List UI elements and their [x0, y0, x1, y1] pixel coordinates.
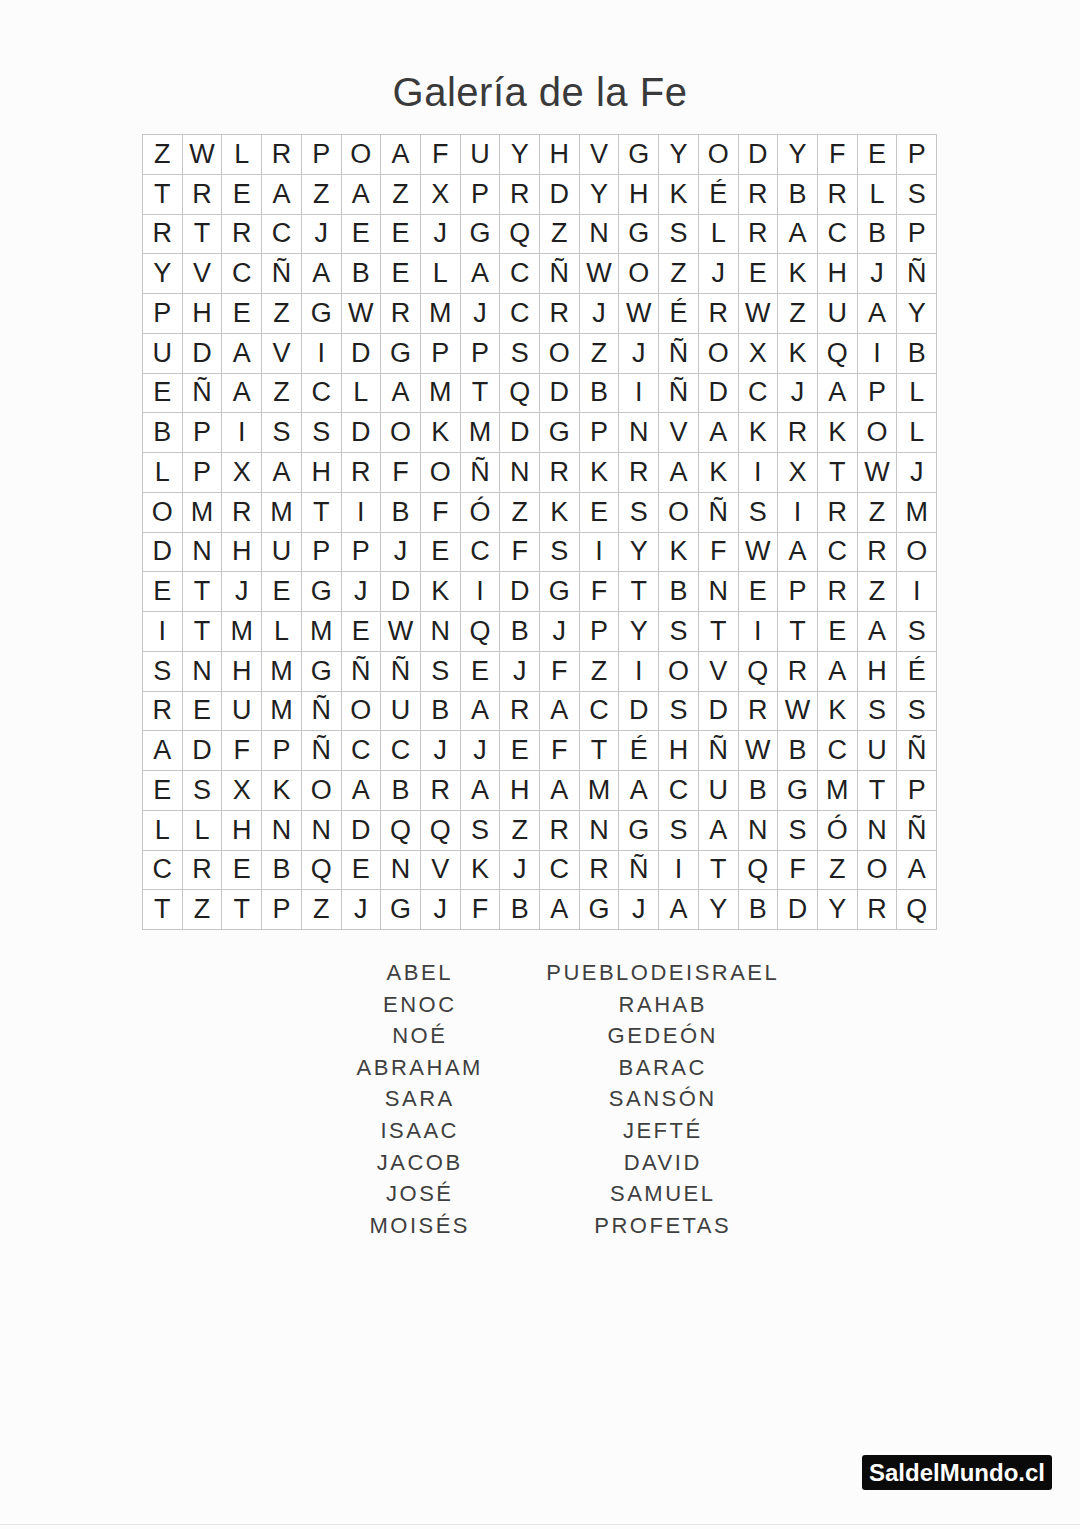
grid-cell[interactable]: E: [262, 572, 302, 612]
grid-cell[interactable]: L: [262, 612, 302, 652]
grid-cell[interactable]: P: [421, 334, 461, 374]
grid-cell[interactable]: E: [818, 612, 858, 652]
grid-cell[interactable]: I: [619, 374, 659, 414]
grid-cell[interactable]: K: [421, 572, 461, 612]
grid-cell[interactable]: E: [222, 851, 262, 891]
grid-cell[interactable]: R: [500, 692, 540, 732]
grid-cell[interactable]: R: [619, 453, 659, 493]
grid-cell[interactable]: T: [143, 890, 183, 930]
grid-cell[interactable]: T: [183, 215, 223, 255]
grid-cell[interactable]: Ñ: [897, 731, 937, 771]
grid-cell[interactable]: A: [540, 771, 580, 811]
grid-cell[interactable]: S: [897, 612, 937, 652]
grid-cell[interactable]: F: [421, 135, 461, 175]
grid-cell[interactable]: O: [897, 533, 937, 573]
grid-cell[interactable]: B: [778, 731, 818, 771]
grid-cell[interactable]: Y: [818, 890, 858, 930]
grid-cell[interactable]: G: [619, 215, 659, 255]
grid-cell[interactable]: Y: [659, 135, 699, 175]
grid-cell[interactable]: B: [659, 572, 699, 612]
grid-cell[interactable]: B: [381, 493, 421, 533]
grid-cell[interactable]: X: [222, 453, 262, 493]
grid-cell[interactable]: Z: [858, 493, 898, 533]
grid-cell[interactable]: A: [659, 890, 699, 930]
grid-cell[interactable]: Ñ: [342, 652, 382, 692]
grid-cell[interactable]: T: [699, 612, 739, 652]
grid-cell[interactable]: I: [143, 612, 183, 652]
grid-cell[interactable]: A: [818, 652, 858, 692]
grid-cell[interactable]: C: [818, 533, 858, 573]
grid-cell[interactable]: O: [342, 135, 382, 175]
grid-cell[interactable]: B: [421, 692, 461, 732]
grid-cell[interactable]: O: [699, 135, 739, 175]
grid-cell[interactable]: Ñ: [659, 334, 699, 374]
grid-cell[interactable]: O: [699, 334, 739, 374]
grid-cell[interactable]: L: [858, 175, 898, 215]
grid-cell[interactable]: K: [580, 453, 620, 493]
grid-cell[interactable]: J: [381, 533, 421, 573]
grid-cell[interactable]: R: [818, 175, 858, 215]
grid-cell[interactable]: A: [381, 374, 421, 414]
grid-cell[interactable]: S: [540, 533, 580, 573]
grid-cell[interactable]: V: [580, 135, 620, 175]
grid-cell[interactable]: Z: [580, 334, 620, 374]
grid-cell[interactable]: C: [818, 731, 858, 771]
grid-cell[interactable]: M: [262, 692, 302, 732]
grid-cell[interactable]: K: [778, 254, 818, 294]
grid-cell[interactable]: É: [897, 652, 937, 692]
grid-cell[interactable]: Y: [580, 175, 620, 215]
grid-cell[interactable]: P: [342, 533, 382, 573]
grid-cell[interactable]: M: [302, 612, 342, 652]
grid-cell[interactable]: H: [500, 771, 540, 811]
grid-cell[interactable]: V: [183, 254, 223, 294]
grid-cell[interactable]: A: [659, 453, 699, 493]
grid-cell[interactable]: T: [143, 175, 183, 215]
grid-cell[interactable]: E: [381, 215, 421, 255]
grid-cell[interactable]: Ñ: [302, 731, 342, 771]
grid-cell[interactable]: S: [619, 493, 659, 533]
grid-cell[interactable]: U: [461, 135, 501, 175]
grid-cell[interactable]: E: [739, 572, 779, 612]
grid-cell[interactable]: R: [778, 652, 818, 692]
grid-cell[interactable]: D: [183, 731, 223, 771]
grid-cell[interactable]: R: [540, 294, 580, 334]
grid-cell[interactable]: A: [461, 254, 501, 294]
grid-cell[interactable]: Ñ: [461, 453, 501, 493]
grid-cell[interactable]: N: [381, 851, 421, 891]
grid-cell[interactable]: P: [262, 890, 302, 930]
grid-cell[interactable]: Ñ: [540, 254, 580, 294]
grid-cell[interactable]: O: [143, 493, 183, 533]
grid-cell[interactable]: E: [183, 692, 223, 732]
grid-cell[interactable]: W: [739, 731, 779, 771]
grid-cell[interactable]: S: [897, 175, 937, 215]
grid-cell[interactable]: M: [222, 612, 262, 652]
grid-cell[interactable]: D: [183, 334, 223, 374]
grid-cell[interactable]: D: [540, 374, 580, 414]
grid-cell[interactable]: X: [778, 453, 818, 493]
grid-cell[interactable]: D: [778, 890, 818, 930]
grid-cell[interactable]: I: [461, 572, 501, 612]
grid-cell[interactable]: N: [580, 215, 620, 255]
grid-cell[interactable]: J: [421, 890, 461, 930]
grid-cell[interactable]: L: [421, 254, 461, 294]
grid-cell[interactable]: K: [421, 413, 461, 453]
grid-cell[interactable]: I: [659, 851, 699, 891]
grid-cell[interactable]: B: [262, 851, 302, 891]
grid-cell[interactable]: P: [302, 533, 342, 573]
grid-cell[interactable]: H: [659, 731, 699, 771]
grid-cell[interactable]: F: [778, 851, 818, 891]
grid-cell[interactable]: G: [540, 572, 580, 612]
grid-cell[interactable]: M: [262, 652, 302, 692]
grid-cell[interactable]: R: [778, 413, 818, 453]
grid-cell[interactable]: W: [342, 294, 382, 334]
grid-cell[interactable]: D: [619, 692, 659, 732]
grid-cell[interactable]: Ñ: [699, 493, 739, 533]
grid-cell[interactable]: L: [183, 811, 223, 851]
grid-cell[interactable]: R: [262, 135, 302, 175]
grid-cell[interactable]: K: [699, 453, 739, 493]
grid-cell[interactable]: A: [619, 771, 659, 811]
grid-cell[interactable]: D: [342, 811, 382, 851]
grid-cell[interactable]: M: [818, 771, 858, 811]
grid-cell[interactable]: L: [342, 374, 382, 414]
grid-cell[interactable]: Y: [778, 135, 818, 175]
grid-cell[interactable]: C: [580, 692, 620, 732]
grid-cell[interactable]: Ñ: [659, 374, 699, 414]
grid-cell[interactable]: Ñ: [897, 811, 937, 851]
grid-cell[interactable]: D: [143, 533, 183, 573]
grid-cell[interactable]: P: [897, 215, 937, 255]
grid-cell[interactable]: J: [421, 731, 461, 771]
grid-cell[interactable]: G: [540, 413, 580, 453]
grid-cell[interactable]: B: [143, 413, 183, 453]
grid-cell[interactable]: Q: [500, 215, 540, 255]
grid-cell[interactable]: K: [659, 533, 699, 573]
grid-cell[interactable]: H: [619, 175, 659, 215]
grid-cell[interactable]: Ñ: [699, 731, 739, 771]
grid-cell[interactable]: H: [183, 294, 223, 334]
grid-cell[interactable]: G: [302, 652, 342, 692]
grid-cell[interactable]: A: [262, 453, 302, 493]
grid-cell[interactable]: Q: [818, 334, 858, 374]
grid-cell[interactable]: B: [381, 771, 421, 811]
grid-cell[interactable]: V: [262, 334, 302, 374]
grid-cell[interactable]: S: [659, 215, 699, 255]
grid-cell[interactable]: I: [222, 413, 262, 453]
grid-cell[interactable]: K: [818, 413, 858, 453]
grid-cell[interactable]: X: [739, 334, 779, 374]
grid-cell[interactable]: P: [302, 135, 342, 175]
grid-cell[interactable]: C: [500, 294, 540, 334]
grid-cell[interactable]: J: [619, 334, 659, 374]
grid-cell[interactable]: E: [500, 731, 540, 771]
grid-cell[interactable]: S: [302, 413, 342, 453]
grid-cell[interactable]: N: [858, 811, 898, 851]
grid-cell[interactable]: T: [183, 612, 223, 652]
grid-cell[interactable]: N: [699, 572, 739, 612]
grid-cell[interactable]: T: [619, 572, 659, 612]
grid-cell[interactable]: É: [699, 175, 739, 215]
grid-cell[interactable]: P: [778, 572, 818, 612]
grid-cell[interactable]: Z: [500, 493, 540, 533]
grid-cell[interactable]: P: [262, 731, 302, 771]
grid-cell[interactable]: U: [699, 771, 739, 811]
grid-cell[interactable]: K: [818, 692, 858, 732]
grid-cell[interactable]: G: [381, 334, 421, 374]
grid-cell[interactable]: F: [818, 135, 858, 175]
grid-cell[interactable]: Z: [858, 572, 898, 612]
grid-cell[interactable]: H: [540, 135, 580, 175]
grid-cell[interactable]: N: [580, 811, 620, 851]
grid-cell[interactable]: M: [461, 413, 501, 453]
grid-cell[interactable]: E: [342, 612, 382, 652]
grid-cell[interactable]: S: [897, 692, 937, 732]
grid-cell[interactable]: A: [262, 175, 302, 215]
grid-cell[interactable]: E: [222, 175, 262, 215]
grid-cell[interactable]: B: [897, 334, 937, 374]
grid-cell[interactable]: Ñ: [619, 851, 659, 891]
grid-cell[interactable]: C: [659, 771, 699, 811]
grid-cell[interactable]: E: [381, 254, 421, 294]
grid-cell[interactable]: M: [421, 374, 461, 414]
grid-cell[interactable]: T: [699, 851, 739, 891]
grid-cell[interactable]: S: [500, 334, 540, 374]
grid-cell[interactable]: A: [540, 890, 580, 930]
grid-cell[interactable]: E: [143, 771, 183, 811]
grid-cell[interactable]: D: [500, 413, 540, 453]
grid-cell[interactable]: A: [699, 811, 739, 851]
grid-cell[interactable]: A: [222, 334, 262, 374]
grid-cell[interactable]: N: [500, 453, 540, 493]
grid-cell[interactable]: Ñ: [183, 374, 223, 414]
grid-cell[interactable]: N: [183, 652, 223, 692]
grid-cell[interactable]: L: [897, 374, 937, 414]
grid-cell[interactable]: T: [818, 453, 858, 493]
grid-cell[interactable]: D: [342, 334, 382, 374]
grid-cell[interactable]: W: [381, 612, 421, 652]
grid-cell[interactable]: C: [262, 215, 302, 255]
grid-cell[interactable]: Z: [302, 175, 342, 215]
grid-cell[interactable]: Ó: [461, 493, 501, 533]
grid-cell[interactable]: É: [619, 731, 659, 771]
grid-cell[interactable]: R: [739, 692, 779, 732]
grid-cell[interactable]: Q: [461, 612, 501, 652]
grid-cell[interactable]: G: [778, 771, 818, 811]
grid-cell[interactable]: B: [580, 374, 620, 414]
grid-cell[interactable]: O: [659, 652, 699, 692]
grid-cell[interactable]: C: [222, 254, 262, 294]
grid-cell[interactable]: P: [183, 413, 223, 453]
grid-cell[interactable]: N: [183, 533, 223, 573]
grid-cell[interactable]: K: [659, 175, 699, 215]
grid-cell[interactable]: E: [421, 533, 461, 573]
grid-cell[interactable]: R: [183, 851, 223, 891]
grid-cell[interactable]: Q: [739, 652, 779, 692]
grid-cell[interactable]: L: [897, 413, 937, 453]
grid-cell[interactable]: X: [421, 175, 461, 215]
grid-cell[interactable]: K: [461, 851, 501, 891]
grid-cell[interactable]: G: [580, 890, 620, 930]
grid-cell[interactable]: Z: [580, 652, 620, 692]
grid-cell[interactable]: A: [818, 374, 858, 414]
grid-cell[interactable]: U: [381, 692, 421, 732]
grid-cell[interactable]: S: [183, 771, 223, 811]
grid-cell[interactable]: P: [580, 612, 620, 652]
grid-cell[interactable]: P: [897, 771, 937, 811]
grid-cell[interactable]: K: [739, 413, 779, 453]
grid-cell[interactable]: U: [222, 692, 262, 732]
grid-cell[interactable]: R: [143, 692, 183, 732]
grid-cell[interactable]: D: [699, 692, 739, 732]
grid-cell[interactable]: C: [818, 215, 858, 255]
grid-cell[interactable]: R: [540, 453, 580, 493]
grid-cell[interactable]: N: [421, 612, 461, 652]
grid-cell[interactable]: Q: [381, 811, 421, 851]
grid-cell[interactable]: E: [342, 851, 382, 891]
grid-cell[interactable]: H: [302, 453, 342, 493]
grid-cell[interactable]: Z: [500, 811, 540, 851]
grid-cell[interactable]: R: [222, 493, 262, 533]
grid-cell[interactable]: J: [540, 612, 580, 652]
grid-cell[interactable]: G: [619, 135, 659, 175]
grid-cell[interactable]: R: [381, 294, 421, 334]
grid-cell[interactable]: G: [461, 215, 501, 255]
grid-cell[interactable]: I: [897, 572, 937, 612]
grid-cell[interactable]: A: [778, 533, 818, 573]
grid-cell[interactable]: W: [183, 135, 223, 175]
grid-cell[interactable]: Q: [421, 811, 461, 851]
grid-cell[interactable]: Z: [143, 135, 183, 175]
grid-cell[interactable]: W: [619, 294, 659, 334]
grid-cell[interactable]: C: [302, 374, 342, 414]
grid-cell[interactable]: B: [739, 890, 779, 930]
grid-cell[interactable]: J: [500, 851, 540, 891]
grid-cell[interactable]: W: [580, 254, 620, 294]
grid-cell[interactable]: J: [897, 453, 937, 493]
grid-cell[interactable]: F: [461, 890, 501, 930]
grid-cell[interactable]: F: [540, 652, 580, 692]
grid-cell[interactable]: O: [858, 851, 898, 891]
grid-cell[interactable]: S: [659, 612, 699, 652]
grid-cell[interactable]: U: [143, 334, 183, 374]
grid-cell[interactable]: T: [183, 572, 223, 612]
grid-cell[interactable]: Y: [500, 135, 540, 175]
grid-cell[interactable]: B: [500, 612, 540, 652]
grid-cell[interactable]: G: [619, 811, 659, 851]
grid-cell[interactable]: G: [302, 572, 342, 612]
grid-cell[interactable]: P: [461, 175, 501, 215]
grid-cell[interactable]: A: [540, 692, 580, 732]
grid-cell[interactable]: J: [461, 731, 501, 771]
grid-cell[interactable]: C: [342, 731, 382, 771]
grid-cell[interactable]: R: [500, 175, 540, 215]
grid-cell[interactable]: F: [699, 533, 739, 573]
grid-cell[interactable]: B: [778, 175, 818, 215]
grid-cell[interactable]: O: [659, 493, 699, 533]
grid-cell[interactable]: D: [699, 374, 739, 414]
grid-cell[interactable]: I: [619, 652, 659, 692]
grid-cell[interactable]: A: [461, 771, 501, 811]
grid-cell[interactable]: O: [381, 413, 421, 453]
grid-cell[interactable]: J: [302, 215, 342, 255]
grid-cell[interactable]: J: [699, 254, 739, 294]
grid-cell[interactable]: J: [778, 374, 818, 414]
grid-cell[interactable]: D: [540, 175, 580, 215]
grid-cell[interactable]: Q: [500, 374, 540, 414]
grid-cell[interactable]: O: [540, 334, 580, 374]
grid-cell[interactable]: M: [897, 493, 937, 533]
grid-cell[interactable]: D: [739, 135, 779, 175]
grid-cell[interactable]: A: [778, 215, 818, 255]
grid-cell[interactable]: R: [222, 215, 262, 255]
grid-cell[interactable]: U: [858, 731, 898, 771]
grid-cell[interactable]: S: [421, 652, 461, 692]
grid-cell[interactable]: V: [659, 413, 699, 453]
grid-cell[interactable]: Ñ: [897, 254, 937, 294]
grid-cell[interactable]: T: [222, 890, 262, 930]
grid-cell[interactable]: O: [858, 413, 898, 453]
grid-cell[interactable]: H: [858, 652, 898, 692]
grid-cell[interactable]: P: [183, 453, 223, 493]
grid-cell[interactable]: Z: [183, 890, 223, 930]
grid-cell[interactable]: M: [580, 771, 620, 811]
grid-cell[interactable]: U: [818, 294, 858, 334]
grid-cell[interactable]: Z: [262, 374, 302, 414]
grid-cell[interactable]: D: [500, 572, 540, 612]
grid-cell[interactable]: E: [580, 493, 620, 533]
grid-cell[interactable]: E: [222, 294, 262, 334]
grid-cell[interactable]: N: [739, 811, 779, 851]
grid-cell[interactable]: N: [619, 413, 659, 453]
grid-cell[interactable]: J: [858, 254, 898, 294]
grid-cell[interactable]: F: [222, 731, 262, 771]
grid-cell[interactable]: L: [143, 811, 183, 851]
grid-cell[interactable]: T: [461, 374, 501, 414]
grid-cell[interactable]: R: [739, 175, 779, 215]
grid-cell[interactable]: O: [421, 453, 461, 493]
grid-cell[interactable]: B: [739, 771, 779, 811]
grid-cell[interactable]: B: [858, 215, 898, 255]
grid-cell[interactable]: H: [222, 811, 262, 851]
grid-cell[interactable]: C: [461, 533, 501, 573]
grid-cell[interactable]: K: [262, 771, 302, 811]
grid-cell[interactable]: S: [262, 413, 302, 453]
grid-cell[interactable]: J: [342, 890, 382, 930]
grid-cell[interactable]: A: [302, 254, 342, 294]
grid-cell[interactable]: S: [143, 652, 183, 692]
grid-cell[interactable]: R: [739, 215, 779, 255]
grid-cell[interactable]: P: [461, 334, 501, 374]
grid-cell[interactable]: I: [739, 612, 779, 652]
grid-cell[interactable]: O: [342, 692, 382, 732]
grid-cell[interactable]: T: [580, 731, 620, 771]
grid-cell[interactable]: Z: [659, 254, 699, 294]
grid-cell[interactable]: C: [540, 851, 580, 891]
grid-cell[interactable]: J: [222, 572, 262, 612]
grid-cell[interactable]: E: [143, 374, 183, 414]
grid-cell[interactable]: Y: [897, 294, 937, 334]
grid-cell[interactable]: Q: [897, 890, 937, 930]
grid-cell[interactable]: N: [302, 811, 342, 851]
grid-cell[interactable]: R: [183, 175, 223, 215]
grid-cell[interactable]: I: [858, 334, 898, 374]
grid-cell[interactable]: I: [580, 533, 620, 573]
grid-cell[interactable]: R: [818, 572, 858, 612]
grid-cell[interactable]: G: [381, 890, 421, 930]
